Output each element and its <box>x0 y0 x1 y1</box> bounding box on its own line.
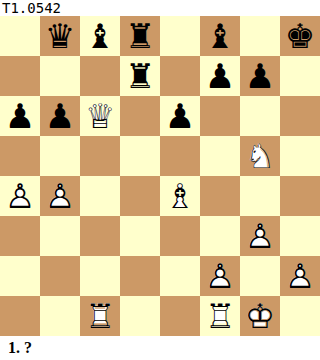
square-e7[interactable] <box>160 56 200 96</box>
white-pawn-piece[interactable]: ♟♙ <box>240 216 280 256</box>
square-e6[interactable]: ♟ <box>160 96 200 136</box>
square-d8[interactable]: ♜ <box>120 16 160 56</box>
square-b2[interactable] <box>40 256 80 296</box>
square-d4[interactable] <box>120 176 160 216</box>
black-queen-piece[interactable]: ♛ <box>40 16 80 56</box>
black-bishop-piece[interactable]: ♝ <box>200 16 240 56</box>
square-g8[interactable] <box>240 16 280 56</box>
chess-board: ♛♝♜♝♚♜♟♟♟♟♛♕♟♞♘♟♙♟♙♝♗♟♙♟♙♟♙♜♖♜♖♚♔ <box>0 16 320 336</box>
white-rook-piece[interactable]: ♜♖ <box>200 296 240 336</box>
piece-outline-layer: ♙ <box>200 256 240 296</box>
puzzle-title: T1.0542 <box>0 0 320 16</box>
square-d3[interactable] <box>120 216 160 256</box>
piece-glyph: ♝ <box>200 16 240 56</box>
square-f7[interactable]: ♟ <box>200 56 240 96</box>
square-g1[interactable]: ♚♔ <box>240 296 280 336</box>
white-king-piece[interactable]: ♚♔ <box>240 296 280 336</box>
piece-glyph: ♟ <box>200 56 240 96</box>
square-b5[interactable] <box>40 136 80 176</box>
square-c1[interactable]: ♜♖ <box>80 296 120 336</box>
piece-glyph: ♛ <box>40 16 80 56</box>
square-b6[interactable]: ♟ <box>40 96 80 136</box>
puzzle-window: T1.0542 ♛♝♜♝♚♜♟♟♟♟♛♕♟♞♘♟♙♟♙♝♗♟♙♟♙♟♙♜♖♜♖♚… <box>0 0 320 360</box>
square-b1[interactable] <box>40 296 80 336</box>
move-prompt: 1. ? <box>0 336 320 360</box>
piece-outline-layer: ♗ <box>160 176 200 216</box>
piece-glyph: ♟ <box>240 56 280 96</box>
square-c5[interactable] <box>80 136 120 176</box>
square-c8[interactable]: ♝ <box>80 16 120 56</box>
piece-outline-layer: ♖ <box>200 296 240 336</box>
square-g5[interactable]: ♞♘ <box>240 136 280 176</box>
square-a2[interactable] <box>0 256 40 296</box>
white-queen-piece[interactable]: ♛♕ <box>80 96 120 136</box>
square-e5[interactable] <box>160 136 200 176</box>
square-h6[interactable] <box>280 96 320 136</box>
square-c7[interactable] <box>80 56 120 96</box>
square-a8[interactable] <box>0 16 40 56</box>
square-d1[interactable] <box>120 296 160 336</box>
piece-glyph: ♚ <box>280 16 320 56</box>
piece-glyph: ♝ <box>80 16 120 56</box>
piece-outline-layer: ♙ <box>280 256 320 296</box>
square-g7[interactable]: ♟ <box>240 56 280 96</box>
square-a3[interactable] <box>0 216 40 256</box>
square-d6[interactable] <box>120 96 160 136</box>
square-f5[interactable] <box>200 136 240 176</box>
white-pawn-piece[interactable]: ♟♙ <box>280 256 320 296</box>
square-a1[interactable] <box>0 296 40 336</box>
square-e2[interactable] <box>160 256 200 296</box>
square-f3[interactable] <box>200 216 240 256</box>
white-pawn-piece[interactable]: ♟♙ <box>200 256 240 296</box>
piece-glyph: ♟ <box>40 96 80 136</box>
square-b3[interactable] <box>40 216 80 256</box>
white-knight-piece[interactable]: ♞♘ <box>240 136 280 176</box>
square-a5[interactable] <box>0 136 40 176</box>
square-a7[interactable] <box>0 56 40 96</box>
white-pawn-piece[interactable]: ♟♙ <box>40 176 80 216</box>
piece-outline-layer: ♙ <box>40 176 80 216</box>
square-b4[interactable]: ♟♙ <box>40 176 80 216</box>
black-pawn-piece[interactable]: ♟ <box>240 56 280 96</box>
square-h3[interactable] <box>280 216 320 256</box>
piece-outline-layer: ♙ <box>0 176 40 216</box>
square-c4[interactable] <box>80 176 120 216</box>
square-g4[interactable] <box>240 176 280 216</box>
square-a6[interactable]: ♟ <box>0 96 40 136</box>
black-rook-piece[interactable]: ♜ <box>120 16 160 56</box>
black-rook-piece[interactable]: ♜ <box>120 56 160 96</box>
square-h4[interactable] <box>280 176 320 216</box>
square-c6[interactable]: ♛♕ <box>80 96 120 136</box>
square-e3[interactable] <box>160 216 200 256</box>
piece-glyph: ♜ <box>120 56 160 96</box>
square-b7[interactable] <box>40 56 80 96</box>
square-d5[interactable] <box>120 136 160 176</box>
square-c3[interactable] <box>80 216 120 256</box>
square-h1[interactable] <box>280 296 320 336</box>
square-h2[interactable]: ♟♙ <box>280 256 320 296</box>
square-f1[interactable]: ♜♖ <box>200 296 240 336</box>
square-h8[interactable]: ♚ <box>280 16 320 56</box>
black-pawn-piece[interactable]: ♟ <box>200 56 240 96</box>
piece-glyph: ♟ <box>0 96 40 136</box>
black-pawn-piece[interactable]: ♟ <box>40 96 80 136</box>
square-e8[interactable] <box>160 16 200 56</box>
square-e1[interactable] <box>160 296 200 336</box>
square-h7[interactable] <box>280 56 320 96</box>
black-king-piece[interactable]: ♚ <box>280 16 320 56</box>
piece-outline-layer: ♙ <box>240 216 280 256</box>
square-h5[interactable] <box>280 136 320 176</box>
white-rook-piece[interactable]: ♜♖ <box>80 296 120 336</box>
piece-glyph: ♜ <box>120 16 160 56</box>
white-bishop-piece[interactable]: ♝♗ <box>160 176 200 216</box>
piece-outline-layer: ♔ <box>240 296 280 336</box>
square-e4[interactable]: ♝♗ <box>160 176 200 216</box>
square-d2[interactable] <box>120 256 160 296</box>
piece-outline-layer: ♕ <box>80 96 120 136</box>
square-g6[interactable] <box>240 96 280 136</box>
square-f6[interactable] <box>200 96 240 136</box>
square-b8[interactable]: ♛ <box>40 16 80 56</box>
square-f8[interactable]: ♝ <box>200 16 240 56</box>
square-g2[interactable] <box>240 256 280 296</box>
square-f2[interactable]: ♟♙ <box>200 256 240 296</box>
square-g3[interactable]: ♟♙ <box>240 216 280 256</box>
white-pawn-piece[interactable]: ♟♙ <box>0 176 40 216</box>
square-f4[interactable] <box>200 176 240 216</box>
square-c2[interactable] <box>80 256 120 296</box>
black-pawn-piece[interactable]: ♟ <box>0 96 40 136</box>
piece-outline-layer: ♖ <box>80 296 120 336</box>
black-bishop-piece[interactable]: ♝ <box>80 16 120 56</box>
black-pawn-piece[interactable]: ♟ <box>160 96 200 136</box>
square-d7[interactable]: ♜ <box>120 56 160 96</box>
square-a4[interactable]: ♟♙ <box>0 176 40 216</box>
piece-outline-layer: ♘ <box>240 136 280 176</box>
piece-glyph: ♟ <box>160 96 200 136</box>
